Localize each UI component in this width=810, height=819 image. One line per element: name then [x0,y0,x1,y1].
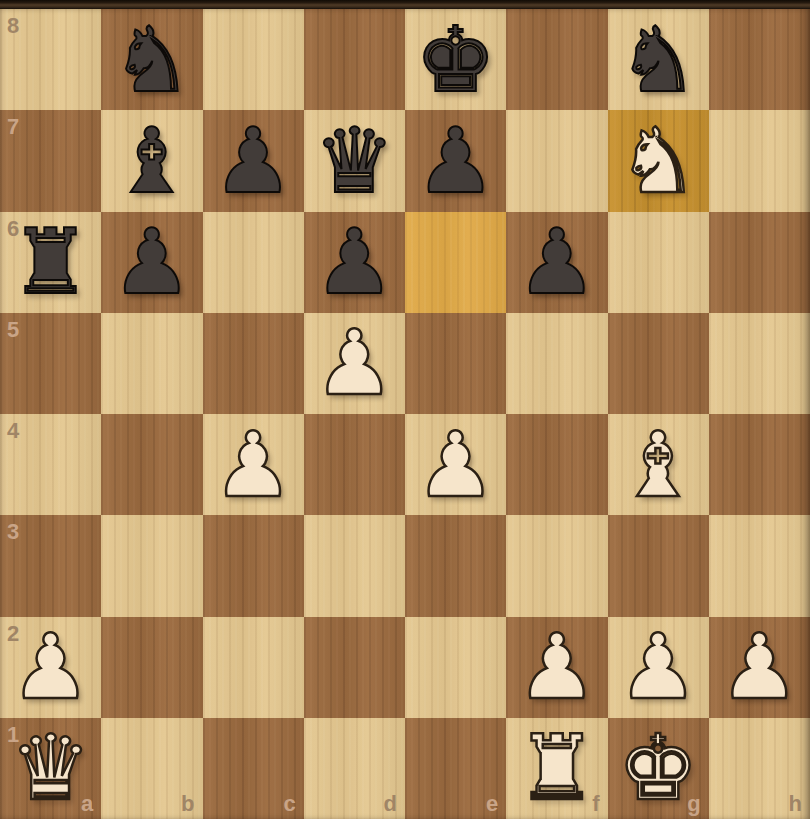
square-d5[interactable]: ♟ [304,313,405,414]
black-pawn[interactable]: ♟ [405,110,506,211]
square-g4[interactable]: ♝ [608,414,709,515]
square-e8[interactable]: ♚ [405,9,506,110]
square-f2[interactable]: ♟ [506,617,607,718]
file-label-h: h [789,791,802,817]
square-e7[interactable]: ♟ [405,110,506,211]
white-queen[interactable]: ♛ [0,718,101,819]
square-b2[interactable] [101,617,202,718]
white-pawn[interactable]: ♟ [304,313,405,414]
rank-label-5: 5 [7,317,19,343]
square-a5[interactable]: 5 [0,313,101,414]
file-label-d: d [384,791,397,817]
square-a4[interactable]: 4 [0,414,101,515]
square-b6[interactable]: ♟ [101,212,202,313]
square-e2[interactable] [405,617,506,718]
square-a1[interactable]: 1a♛ [0,718,101,819]
white-pawn[interactable]: ♟ [203,414,304,515]
square-g2[interactable]: ♟ [608,617,709,718]
black-knight[interactable]: ♞ [101,9,202,110]
white-rook[interactable]: ♜ [506,718,607,819]
black-rook[interactable]: ♜ [0,212,101,313]
square-h1[interactable]: h [709,718,810,819]
square-d1[interactable]: d [304,718,405,819]
square-c4[interactable]: ♟ [203,414,304,515]
square-e1[interactable]: e [405,718,506,819]
square-f8[interactable] [506,9,607,110]
square-g7[interactable]: ♞ [608,110,709,211]
square-h5[interactable] [709,313,810,414]
black-bishop[interactable]: ♝ [101,110,202,211]
square-g8[interactable]: ♞ [608,9,709,110]
square-f1[interactable]: f♜ [506,718,607,819]
white-pawn[interactable]: ♟ [506,617,607,718]
square-c8[interactable] [203,9,304,110]
square-d6[interactable]: ♟ [304,212,405,313]
square-g5[interactable] [608,313,709,414]
black-pawn[interactable]: ♟ [304,212,405,313]
square-h8[interactable] [709,9,810,110]
rank-label-3: 3 [7,519,19,545]
file-label-e: e [486,791,498,817]
square-b8[interactable]: ♞ [101,9,202,110]
square-h6[interactable] [709,212,810,313]
black-pawn[interactable]: ♟ [203,110,304,211]
square-g6[interactable] [608,212,709,313]
square-a2[interactable]: 2♟ [0,617,101,718]
black-pawn[interactable]: ♟ [101,212,202,313]
square-b5[interactable] [101,313,202,414]
square-g1[interactable]: g♚ [608,718,709,819]
white-pawn[interactable]: ♟ [405,414,506,515]
square-a8[interactable]: 8 [0,9,101,110]
square-f4[interactable] [506,414,607,515]
square-c5[interactable] [203,313,304,414]
square-h7[interactable] [709,110,810,211]
rank-label-7: 7 [7,114,19,140]
square-e6[interactable] [405,212,506,313]
file-label-c: c [284,791,296,817]
black-pawn[interactable]: ♟ [506,212,607,313]
white-pawn[interactable]: ♟ [608,617,709,718]
rank-label-8: 8 [7,13,19,39]
square-b4[interactable] [101,414,202,515]
square-b3[interactable] [101,515,202,616]
white-pawn[interactable]: ♟ [0,617,101,718]
square-d7[interactable]: ♛ [304,110,405,211]
square-e4[interactable]: ♟ [405,414,506,515]
square-g3[interactable] [608,515,709,616]
black-queen[interactable]: ♛ [304,110,405,211]
square-c6[interactable] [203,212,304,313]
square-h2[interactable]: ♟ [709,617,810,718]
black-king[interactable]: ♚ [405,9,506,110]
square-f6[interactable]: ♟ [506,212,607,313]
square-e3[interactable] [405,515,506,616]
square-b1[interactable]: b [101,718,202,819]
square-c3[interactable] [203,515,304,616]
square-a7[interactable]: 7 [0,110,101,211]
square-f5[interactable] [506,313,607,414]
square-f7[interactable] [506,110,607,211]
square-d4[interactable] [304,414,405,515]
square-e5[interactable] [405,313,506,414]
white-bishop[interactable]: ♝ [608,414,709,515]
white-knight[interactable]: ♞ [608,110,709,211]
square-h4[interactable] [709,414,810,515]
black-knight[interactable]: ♞ [608,9,709,110]
white-pawn[interactable]: ♟ [709,617,810,718]
square-c2[interactable] [203,617,304,718]
rank-label-4: 4 [7,418,19,444]
square-c7[interactable]: ♟ [203,110,304,211]
square-a6[interactable]: 6♜ [0,212,101,313]
square-c1[interactable]: c [203,718,304,819]
square-f3[interactable] [506,515,607,616]
square-d2[interactable] [304,617,405,718]
chess-app: 8♞♚♞7♝♟♛♟♞6♜♟♟♟5♟4♟♟♝32♟♟♟♟1a♛bcdef♜g♚h [0,0,810,819]
square-b7[interactable]: ♝ [101,110,202,211]
square-h3[interactable] [709,515,810,616]
square-d8[interactable] [304,9,405,110]
chess-board: 8♞♚♞7♝♟♛♟♞6♜♟♟♟5♟4♟♟♝32♟♟♟♟1a♛bcdef♜g♚h [0,9,810,819]
file-label-b: b [181,791,194,817]
square-d3[interactable] [304,515,405,616]
white-king[interactable]: ♚ [608,718,709,819]
square-a3[interactable]: 3 [0,515,101,616]
